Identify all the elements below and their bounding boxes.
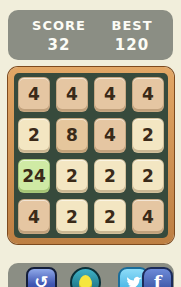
tile-r1c3: 4: [94, 77, 126, 112]
restart-icon[interactable]: ↺: [26, 267, 57, 287]
tile-r2c3: 4: [94, 118, 126, 153]
tile-r3c2: 2: [56, 159, 88, 194]
lightbulb-shape: [79, 275, 92, 287]
best-label: BEST: [99, 16, 165, 36]
facebook-f-glyph: f: [154, 272, 162, 287]
tile-r3c3: 2: [94, 159, 126, 194]
restart-arrow-glyph: ↺: [34, 274, 48, 287]
best-value: 120: [99, 36, 165, 54]
tile-r2c1: 2: [18, 118, 50, 153]
hint-bulb-icon[interactable]: [70, 267, 101, 287]
board-frame: 44442842242224224: [8, 67, 174, 244]
score-label: SCORE: [22, 16, 96, 36]
tile-r3c1: 24: [18, 159, 50, 194]
tile-r4c3: 2: [94, 199, 126, 234]
tile-r1c2: 4: [56, 77, 88, 112]
tile-r2c2: 8: [56, 118, 88, 153]
tile-r1c1: 4: [18, 77, 50, 112]
board-grid[interactable]: 44442842242224224: [14, 73, 168, 238]
score-value: 32: [22, 36, 96, 54]
score-panel: SCORE 32 BEST 120: [8, 10, 173, 60]
tile-r4c1: 4: [18, 199, 50, 234]
twitter-bird-glyph: [125, 274, 143, 287]
score-block: SCORE 32: [22, 16, 96, 54]
tile-r2c4: 2: [132, 118, 164, 153]
bottom-toolbar: ↺ f: [8, 263, 174, 287]
tile-r3c4: 2: [132, 159, 164, 194]
tile-r1c4: 4: [132, 77, 164, 112]
best-block: BEST 120: [99, 16, 165, 54]
facebook-icon[interactable]: f: [142, 267, 173, 287]
game-screen: { "game": "2048 (4x4 sliding-tile puzzle…: [0, 0, 181, 287]
tile-r4c2: 2: [56, 199, 88, 234]
tile-r4c4: 4: [132, 199, 164, 234]
